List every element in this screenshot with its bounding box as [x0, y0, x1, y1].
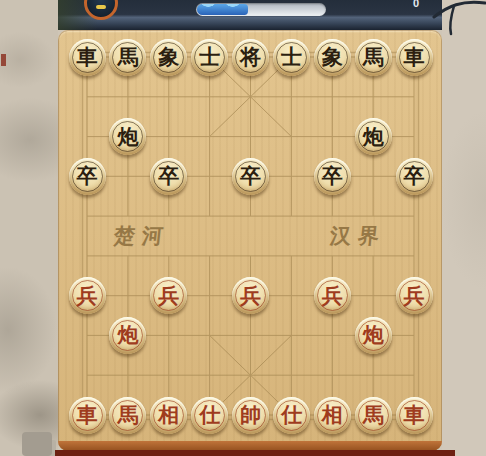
piece-black-soldier[interactable]: 卒 — [150, 158, 187, 195]
piece-black-elephant[interactable]: 象 — [150, 39, 187, 76]
piece-black-advisor[interactable]: 士 — [191, 39, 228, 76]
piece-character: 馬 — [363, 43, 384, 71]
piece-character: 兵 — [240, 282, 261, 310]
counter-label: 0 — [413, 0, 419, 9]
piece-red-advisor[interactable]: 仕 — [273, 397, 310, 434]
piece-character: 仕 — [281, 401, 302, 429]
piece-black-horse[interactable]: 馬 — [109, 39, 146, 76]
piece-red-soldier[interactable]: 兵 — [232, 277, 269, 314]
piece-black-soldier[interactable]: 卒 — [232, 158, 269, 195]
piece-character: 馬 — [363, 401, 384, 429]
piece-character: 車 — [77, 43, 98, 71]
piece-black-chariot[interactable]: 車 — [69, 39, 106, 76]
river-label-right: 汉界 — [309, 224, 408, 248]
piece-character: 炮 — [117, 123, 138, 151]
board-face[interactable]: 楚河 汉界 車馬象士将士象馬車炮炮卒卒卒卒卒兵兵兵兵兵炮炮車馬相仕帥仕相馬車 — [58, 30, 442, 441]
left-margin-watercolor — [0, 0, 58, 456]
river-label-left: 楚河 — [93, 224, 192, 248]
badge-glyph-icon — [96, 5, 106, 9]
piece-black-soldier[interactable]: 卒 — [396, 158, 433, 195]
piece-character: 卒 — [322, 162, 343, 190]
piece-black-cannon[interactable]: 炮 — [355, 118, 392, 155]
piece-black-soldier[interactable]: 卒 — [69, 158, 106, 195]
piece-character: 兵 — [158, 282, 179, 310]
piece-character: 卒 — [158, 162, 179, 190]
piece-character: 馬 — [117, 401, 138, 429]
piece-character: 兵 — [322, 282, 343, 310]
piece-character: 帥 — [240, 401, 261, 429]
piece-red-chariot[interactable]: 車 — [69, 397, 106, 434]
piece-character: 炮 — [117, 321, 138, 349]
piece-black-general[interactable]: 将 — [232, 39, 269, 76]
piece-red-soldier[interactable]: 兵 — [396, 277, 433, 314]
piece-black-horse[interactable]: 馬 — [355, 39, 392, 76]
piece-character: 卒 — [240, 162, 261, 190]
piece-character: 兵 — [77, 282, 98, 310]
piece-red-elephant[interactable]: 相 — [314, 397, 351, 434]
piece-black-elephant[interactable]: 象 — [314, 39, 351, 76]
piece-red-elephant[interactable]: 相 — [150, 397, 187, 434]
piece-red-soldier[interactable]: 兵 — [69, 277, 106, 314]
piece-black-soldier[interactable]: 卒 — [314, 158, 351, 195]
seal-mark — [1, 54, 6, 66]
piece-character: 炮 — [363, 123, 384, 151]
piece-red-cannon[interactable]: 炮 — [355, 317, 392, 354]
game-screen: 0 楚河 汉界 — [0, 0, 486, 456]
piece-character: 車 — [404, 401, 425, 429]
progress-bar — [196, 3, 326, 16]
piece-character: 将 — [240, 43, 261, 71]
piece-character: 象 — [322, 43, 343, 71]
piece-character: 象 — [158, 43, 179, 71]
piece-character: 仕 — [199, 401, 220, 429]
piece-red-soldier[interactable]: 兵 — [314, 277, 351, 314]
piece-character: 炮 — [363, 321, 384, 349]
top-bar: 0 — [58, 0, 442, 30]
piece-red-horse[interactable]: 馬 — [109, 397, 146, 434]
watercolor-stone — [22, 432, 52, 456]
piece-red-advisor[interactable]: 仕 — [191, 397, 228, 434]
piece-black-advisor[interactable]: 士 — [273, 39, 310, 76]
piece-character: 相 — [158, 401, 179, 429]
piece-black-chariot[interactable]: 車 — [396, 39, 433, 76]
piece-character: 馬 — [117, 43, 138, 71]
piece-red-general[interactable]: 帥 — [232, 397, 269, 434]
piece-character: 士 — [199, 43, 220, 71]
right-margin-watercolor — [442, 0, 486, 456]
progress-fill — [197, 4, 248, 15]
piece-character: 車 — [404, 43, 425, 71]
piece-red-chariot[interactable]: 車 — [396, 397, 433, 434]
piece-character: 卒 — [404, 162, 425, 190]
bottom-maroon-strip — [55, 450, 455, 456]
xiangqi-board: 楚河 汉界 車馬象士将士象馬車炮炮卒卒卒卒卒兵兵兵兵兵炮炮車馬相仕帥仕相馬車 — [58, 30, 442, 451]
piece-character: 相 — [322, 401, 343, 429]
piece-character: 卒 — [77, 162, 98, 190]
piece-character: 兵 — [404, 282, 425, 310]
piece-character: 車 — [77, 401, 98, 429]
piece-character: 士 — [281, 43, 302, 71]
piece-red-horse[interactable]: 馬 — [355, 397, 392, 434]
